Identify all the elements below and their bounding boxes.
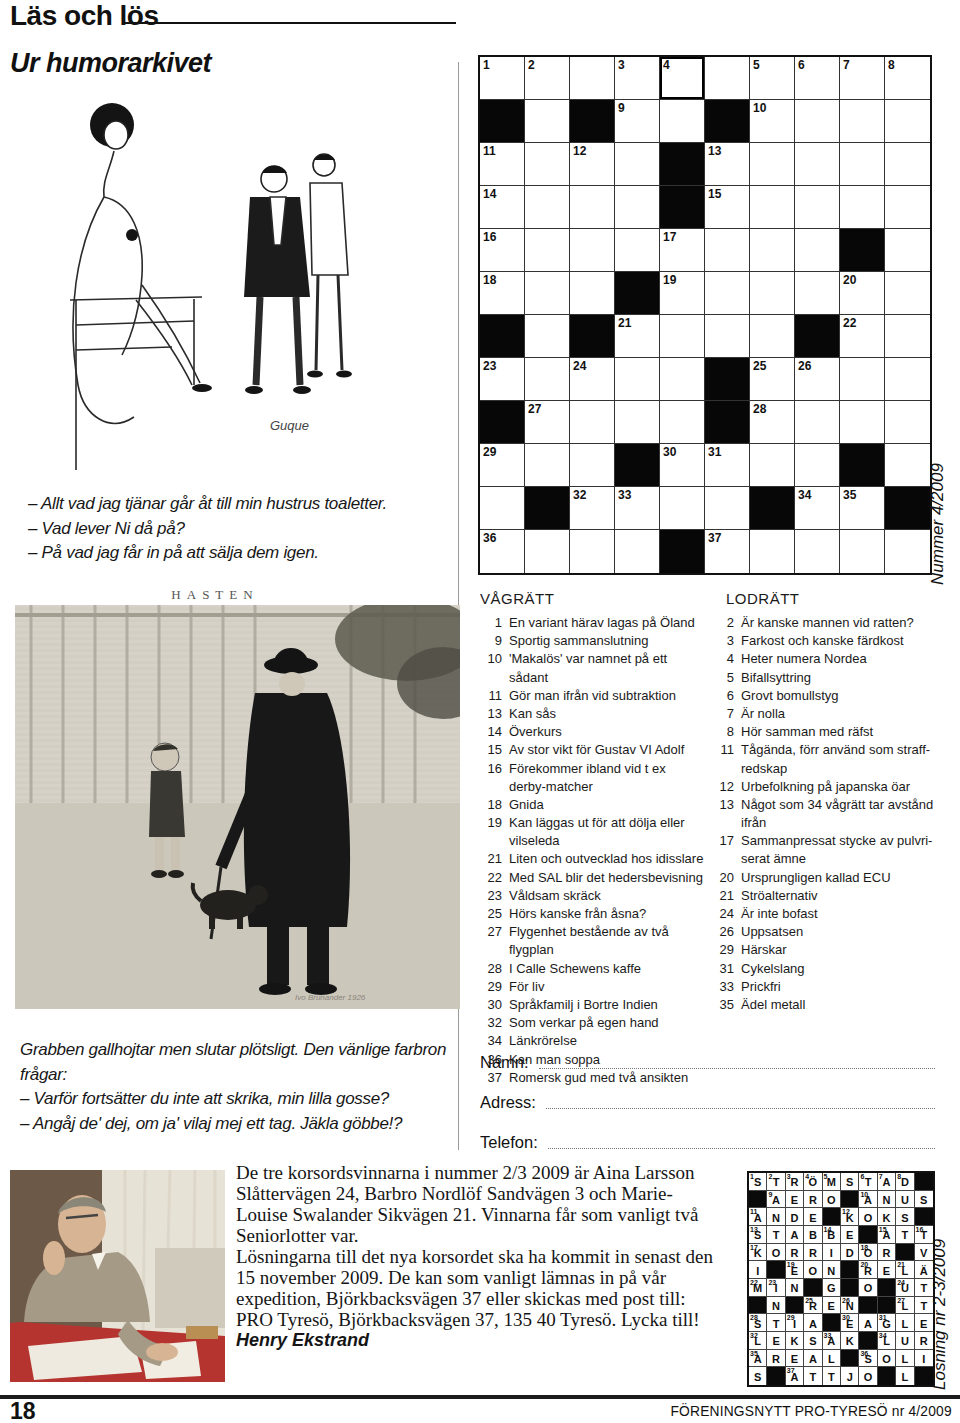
clue-across-23: 23Våldsam skräck [478, 887, 706, 905]
grid-cell: S [896, 1208, 914, 1226]
grid-cell[interactable]: 9 [615, 100, 660, 143]
solution-letter: S [754, 1372, 761, 1383]
grid-cell: 19E [786, 1261, 804, 1279]
solution-letter: T [920, 1301, 927, 1312]
clue-number: 29 [710, 941, 741, 959]
grid-cell[interactable]: 8 [885, 57, 930, 100]
clue-text: Bifallsyttring [741, 669, 938, 687]
solution-letter: A [791, 1230, 799, 1241]
clue-number: 23 [478, 887, 509, 905]
grid-cell[interactable]: 18 [480, 272, 525, 315]
clue-text: Uppsatsen [741, 923, 938, 941]
form-input-line[interactable] [546, 1106, 935, 1109]
cell-number: 9 [768, 1191, 772, 1198]
clue-text: Är inte bofast [741, 905, 938, 923]
grid-cell[interactable]: 14 [480, 186, 525, 229]
clue-number: 9 [478, 632, 509, 650]
grid-cell[interactable] [705, 272, 750, 315]
black-cell [915, 1208, 933, 1226]
cell-number: 16 [483, 230, 496, 244]
cell-number: 37 [708, 531, 721, 545]
across-list: 1En variant härav lagas på Öland9Sportig… [478, 614, 706, 1087]
grid-cell[interactable] [705, 487, 750, 530]
clue-text: Med SAL blir det hedersbevisning [509, 869, 706, 887]
solution-letter: L [828, 1354, 835, 1365]
cell-number: 24 [897, 1279, 905, 1286]
cell-number: 25 [805, 1297, 813, 1304]
grid-cell[interactable]: 31 [705, 444, 750, 487]
grid-cell: U [896, 1332, 914, 1350]
cell-number: 8 [897, 1173, 901, 1180]
black-cell [804, 1279, 822, 1297]
grid-cell[interactable] [615, 186, 660, 229]
solution-letter: B [809, 1230, 817, 1241]
solution-letter: O [772, 1248, 781, 1259]
joke2-line: – Varför fortsätter du inte att skrika, … [20, 1087, 460, 1112]
clue-number: 2 [710, 614, 741, 632]
black-cell [878, 1279, 896, 1297]
solution-letter: L [902, 1319, 909, 1330]
grid-cell[interactable] [840, 530, 885, 573]
grid-cell[interactable] [840, 143, 885, 186]
grid-cell: R [804, 1244, 822, 1262]
grid-cell: L [896, 1314, 914, 1332]
solution-letter: R [920, 1336, 928, 1347]
grid-cell[interactable]: 6 [795, 57, 840, 100]
clue-text: Förekommer ibland vid t ex derby-matcher [509, 760, 706, 796]
grid-cell[interactable] [660, 358, 705, 401]
solution-letter: T [773, 1319, 780, 1330]
solution-letter: O [864, 1372, 873, 1383]
grid-cell[interactable] [570, 444, 615, 487]
grid-cell[interactable] [615, 358, 660, 401]
grid-cell[interactable] [885, 358, 930, 401]
grid-cell[interactable] [570, 530, 615, 573]
black-cell [615, 272, 660, 315]
grid-cell[interactable] [885, 530, 930, 573]
grid-cell[interactable]: 32 [570, 487, 615, 530]
solution-letter: S [809, 1336, 816, 1347]
solution-letter: E [772, 1336, 779, 1347]
cell-number: 16 [916, 1226, 924, 1233]
grid-cell[interactable] [570, 229, 615, 272]
cell-number: 30 [842, 1314, 850, 1321]
grid-cell[interactable] [750, 530, 795, 573]
grid-cell: T [767, 1226, 785, 1244]
clue-number: 25 [478, 905, 509, 923]
grid-cell[interactable] [840, 358, 885, 401]
cell-number: 12 [573, 144, 586, 158]
grid-cell[interactable]: 37 [705, 530, 750, 573]
grid-cell: 33A [823, 1332, 841, 1350]
clue-across-1: 1En variant härav lagas på Öland [478, 614, 706, 632]
grid-cell: 15A [878, 1226, 896, 1244]
grid-cell[interactable] [750, 143, 795, 186]
grid-cell[interactable] [840, 100, 885, 143]
grid-cell[interactable] [615, 530, 660, 573]
solution-letter: S [846, 1177, 853, 1188]
joke2-intro: Grabben gallhojtar men slutar plötsligt.… [20, 1038, 460, 1087]
solution-letter: A [809, 1354, 817, 1365]
grid-cell: 29I [786, 1314, 804, 1332]
grid-cell[interactable]: 7 [840, 57, 885, 100]
clue-text: Gnida [509, 796, 706, 814]
grid-cell: O [878, 1350, 896, 1368]
grid-cell: 8D [896, 1173, 914, 1191]
grid-cell[interactable] [795, 100, 840, 143]
clue-across-22: 22Med SAL blir det hedersbevisning [478, 869, 706, 887]
grid-cell: 10A [859, 1191, 877, 1209]
grid-cell[interactable] [705, 229, 750, 272]
clue-number: 13 [478, 705, 509, 723]
grid-cell[interactable] [885, 315, 930, 358]
grid-cell: E [767, 1332, 785, 1350]
clue-down-33: 33Prickfri [710, 978, 938, 996]
grid-cell[interactable] [525, 358, 570, 401]
grid-cell[interactable]: 33 [615, 487, 660, 530]
clue-number: 7 [710, 705, 741, 723]
grid-cell[interactable] [795, 143, 840, 186]
cell-number: 23 [768, 1279, 776, 1286]
cell-number: 21 [618, 316, 631, 330]
grid-cell: I [823, 1244, 841, 1262]
grid-cell[interactable]: 3 [615, 57, 660, 100]
grid-cell[interactable]: 21 [615, 315, 660, 358]
crossword-grid[interactable]: 1234567891011121314151617181920212223242… [478, 55, 932, 575]
clue-text: Kan sås [509, 705, 706, 723]
grid-cell: 7A [878, 1173, 896, 1191]
grid-cell[interactable]: 29 [480, 444, 525, 487]
joke1-line: – Allt vad jag tjänar går åt till min hu… [28, 492, 460, 517]
cell-number: 29 [483, 445, 496, 459]
grid-cell[interactable] [795, 444, 840, 487]
grid-cell: 37A [786, 1367, 804, 1385]
black-cell [525, 487, 570, 530]
across-header: VÅGRÄTT [480, 588, 706, 609]
cell-number: 1 [750, 1173, 754, 1180]
grid-cell: S [804, 1332, 822, 1350]
grid-cell[interactable] [840, 186, 885, 229]
grid-cell: O [823, 1191, 841, 1209]
grid-cell[interactable] [525, 143, 570, 186]
clue-down-31: 31Cykelslang [710, 960, 938, 978]
grid-cell[interactable] [615, 401, 660, 444]
clue-down-8: 8Hör samman med räfst [710, 723, 938, 741]
solution-letter: T [773, 1230, 780, 1241]
clue-text: Är nolla [741, 705, 938, 723]
cell-number: 27 [897, 1297, 905, 1304]
grid-cell[interactable]: 22 [840, 315, 885, 358]
black-cell [749, 1191, 767, 1209]
grid-cell: N [823, 1261, 841, 1279]
grid-cell[interactable] [660, 100, 705, 143]
grid-cell[interactable]: 36 [480, 530, 525, 573]
clue-across-25: 25Hörs kanske från åsna? [478, 905, 706, 923]
grid-cell[interactable]: 20 [840, 272, 885, 315]
grid-cell: 5M [823, 1173, 841, 1191]
clue-down-5: 5Bifallsyttring [710, 669, 938, 687]
grid-cell: T [804, 1367, 822, 1385]
cell-number: 32 [573, 488, 586, 502]
solution-letter: J [847, 1372, 853, 1383]
grid-cell[interactable]: 2 [525, 57, 570, 100]
black-cell [878, 1297, 896, 1315]
clue-number: 10 [478, 650, 509, 686]
clue-down-3: 3Farkost och kanske färdkost [710, 632, 938, 650]
clue-text: Härskar [741, 941, 938, 959]
cell-number: 14 [824, 1226, 832, 1233]
cell-number: 9 [618, 101, 625, 115]
grid-cell[interactable] [705, 57, 750, 100]
form-input-line[interactable] [548, 1146, 935, 1149]
grid-cell[interactable] [525, 530, 570, 573]
grid-cell[interactable]: 35 [840, 487, 885, 530]
cell-number: 21 [897, 1261, 905, 1268]
solution-letter: O [864, 1283, 873, 1294]
clue-text: Överkurs [509, 723, 706, 741]
grid-cell: 36S [859, 1350, 877, 1368]
black-cell [705, 358, 750, 401]
grid-cell[interactable] [525, 186, 570, 229]
grid-cell: N [786, 1279, 804, 1297]
black-cell [795, 315, 840, 358]
winners-paragraph-1: De tre korsordsvinnarna i nummer 2/3 200… [236, 1162, 718, 1246]
grid-cell[interactable] [795, 186, 840, 229]
grid-cell: 22M [749, 1279, 767, 1297]
black-cell [480, 315, 525, 358]
clue-number: 32 [478, 1014, 509, 1032]
cell-number: 14 [483, 187, 496, 201]
grid-cell[interactable] [750, 186, 795, 229]
grid-cell[interactable] [570, 186, 615, 229]
grid-cell[interactable] [885, 100, 930, 143]
clue-text: Språkfamilj i Bortre Indien [509, 996, 706, 1014]
solution-letter: Ä [920, 1266, 928, 1277]
grid-cell: A [786, 1226, 804, 1244]
solution-letter: S [920, 1195, 927, 1206]
page-number: 18 [10, 1398, 36, 1423]
grid-cell: L [823, 1350, 841, 1368]
grid-cell[interactable] [525, 315, 570, 358]
grid-cell[interactable] [885, 186, 930, 229]
grid-cell: G [823, 1279, 841, 1297]
cell-number: 28 [750, 1314, 758, 1321]
grid-cell: K [841, 1332, 859, 1350]
black-cell [570, 315, 615, 358]
cell-number: 35 [750, 1350, 758, 1357]
across-clues: VÅGRÄTT 1En variant härav lagas på Öland… [478, 588, 706, 1087]
grid-cell[interactable]: 25 [750, 358, 795, 401]
clue-number: 18 [478, 796, 509, 814]
solution-letter: A [772, 1195, 780, 1206]
grid-cell: 20R [859, 1261, 877, 1279]
solution-letter: K [883, 1213, 891, 1224]
grid-cell[interactable] [525, 229, 570, 272]
grid-cell[interactable]: 15 [705, 186, 750, 229]
grid-cell: 6T [859, 1173, 877, 1191]
solution-letter: A [864, 1319, 872, 1330]
cell-number: 13 [750, 1226, 758, 1233]
grid-cell[interactable]: 17 [660, 229, 705, 272]
cell-number: 3 [787, 1173, 791, 1180]
grid-cell[interactable] [795, 401, 840, 444]
grid-cell[interactable]: 19 [660, 272, 705, 315]
cell-number: 20 [860, 1261, 868, 1268]
grid-cell[interactable]: 4 [660, 57, 705, 100]
grid-cell[interactable]: 1 [480, 57, 525, 100]
grid-cell: E [841, 1226, 859, 1244]
grid-cell: E [786, 1350, 804, 1368]
clue-number: 1 [478, 614, 509, 632]
grid-cell[interactable]: 5 [750, 57, 795, 100]
solution-letter: N [772, 1301, 780, 1312]
black-cell [885, 487, 930, 530]
grid-cell[interactable] [795, 272, 840, 315]
photo-crossword-winner [10, 1170, 225, 1382]
cell-number: 17 [750, 1244, 758, 1251]
grid-cell[interactable]: 30 [660, 444, 705, 487]
grid-cell[interactable] [885, 444, 930, 487]
grid-cell: 35A [749, 1350, 767, 1368]
clue-across-11: 11Gör man ifrån vid subtraktion [478, 687, 706, 705]
solution-letter: O [864, 1213, 873, 1224]
grid-cell: T [767, 1314, 785, 1332]
cell-number: 23 [483, 359, 496, 373]
grid-cell[interactable] [615, 143, 660, 186]
grid-cell[interactable]: 26 [795, 358, 840, 401]
black-cell [660, 186, 705, 229]
grid-cell[interactable]: 10 [750, 100, 795, 143]
cell-number: 15 [879, 1226, 887, 1233]
grid-cell[interactable] [525, 272, 570, 315]
grid-cell: O [859, 1367, 877, 1385]
grid-cell[interactable] [660, 401, 705, 444]
clue-number: 29 [478, 978, 509, 996]
section-header: Läs och lös [10, 0, 159, 32]
solution-letter: U [901, 1336, 909, 1347]
solution-letter: A [809, 1319, 817, 1330]
clue-number: 30 [478, 996, 509, 1014]
grid-cell[interactable] [885, 229, 930, 272]
editor-signature: Henry Ekstrand [236, 1330, 718, 1351]
form-label: Adress: [480, 1093, 536, 1112]
solution-letter: N [791, 1283, 799, 1294]
solution-letter: N [883, 1195, 891, 1206]
grid-cell[interactable] [750, 315, 795, 358]
grid-cell[interactable]: 12 [570, 143, 615, 186]
cell-number: 11 [483, 144, 496, 158]
solution-letter: R [772, 1354, 780, 1365]
grid-cell[interactable]: 34 [795, 487, 840, 530]
cell-number: 5 [824, 1173, 828, 1180]
grid-cell: A [804, 1314, 822, 1332]
clue-number: 11 [710, 741, 741, 777]
grid-cell[interactable]: 27 [525, 401, 570, 444]
grid-cell[interactable] [750, 444, 795, 487]
joke2-line: – Angåj de' dej, om ja' vilaj mej ett ta… [20, 1112, 460, 1137]
grid-cell[interactable] [525, 444, 570, 487]
clue-text: Tågända, förr använd som straff-redskap [741, 741, 938, 777]
grid-cell: E [878, 1261, 896, 1279]
down-header: LODRÄTT [726, 588, 938, 609]
grid-cell[interactable]: 16 [480, 229, 525, 272]
grid-cell[interactable] [660, 315, 705, 358]
black-cell [841, 1191, 859, 1209]
magazine-page: Läs och lös Ur humorarkivet [0, 0, 960, 1423]
clue-text: Hör samman med räfst [741, 723, 938, 741]
joke1-line: – På vad jag får in på att sälja dem ige… [28, 541, 460, 566]
grid-cell[interactable] [795, 530, 840, 573]
cell-number: 19 [787, 1261, 795, 1268]
cell-number: 24 [573, 359, 586, 373]
grid-cell[interactable] [615, 229, 660, 272]
header-rule [122, 22, 456, 24]
grid-cell[interactable] [750, 272, 795, 315]
cell-number: 34 [798, 488, 811, 502]
clue-number: 8 [710, 723, 741, 741]
grid-cell[interactable] [480, 487, 525, 530]
clue-across-34: 34Länkrörelse [478, 1032, 706, 1050]
solution-letter: S [754, 1177, 761, 1188]
grid-cell[interactable] [750, 229, 795, 272]
cell-number: 19 [663, 273, 676, 287]
clue-text: Kan läggas ut för att dölja eller vilsel… [509, 814, 706, 850]
grid-cell[interactable] [705, 315, 750, 358]
form-input-line[interactable] [539, 1066, 935, 1069]
grid-cell: 32L [749, 1332, 767, 1350]
clue-across-16: 16Förekommer ibland vid t ex derby-match… [478, 760, 706, 796]
down-list: 2Är kanske mannen vid ratten?3Farkost oc… [710, 614, 938, 1014]
cell-number: 27 [528, 402, 541, 416]
solution-side-label: Lösning nr 2-3/2009 [930, 1228, 950, 1390]
grid-cell: O [804, 1261, 822, 1279]
cell-number: 31 [879, 1314, 887, 1321]
grid-cell[interactable] [840, 401, 885, 444]
cell-number: 28 [753, 402, 766, 416]
black-cell [823, 1314, 841, 1332]
cartoon2-art [15, 605, 460, 1009]
grid-cell[interactable] [795, 229, 840, 272]
black-cell [823, 1208, 841, 1226]
grid-cell[interactable] [885, 401, 930, 444]
solution-letter: E [883, 1266, 890, 1277]
grid-cell[interactable] [885, 143, 930, 186]
clue-across-32: 32Som verkar på egen hand [478, 1014, 706, 1032]
grid-cell: T [823, 1367, 841, 1385]
grid-cell[interactable]: 13 [705, 143, 750, 186]
grid-cell[interactable]: 28 [750, 401, 795, 444]
cell-number: 7 [879, 1173, 883, 1180]
solution-letter: E [791, 1195, 798, 1206]
issue-side-label: Nummer 4/2009 [928, 455, 948, 585]
grid-cell: 24U [896, 1279, 914, 1297]
clue-number: 13 [710, 796, 741, 832]
grid-cell[interactable] [660, 487, 705, 530]
clue-number: 3 [710, 632, 741, 650]
grid-cell[interactable] [525, 100, 570, 143]
grid-cell[interactable]: 11 [480, 143, 525, 186]
grid-cell[interactable]: 23 [480, 358, 525, 401]
grid-cell[interactable] [570, 57, 615, 100]
grid-cell[interactable]: 24 [570, 358, 615, 401]
black-cell [750, 487, 795, 530]
clue-number: 31 [710, 960, 741, 978]
grid-cell[interactable] [885, 272, 930, 315]
grid-cell[interactable] [570, 401, 615, 444]
grid-cell: 11A [749, 1208, 767, 1226]
clue-number: 17 [710, 832, 741, 868]
grid-cell[interactable] [570, 272, 615, 315]
